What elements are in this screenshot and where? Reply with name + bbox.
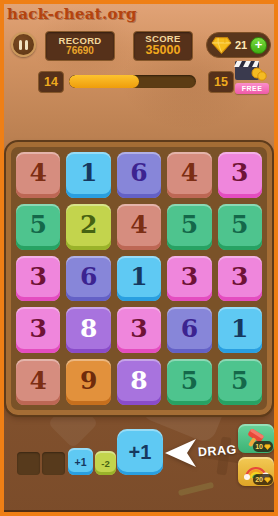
level-progress-fill [69,75,139,88]
gem-count: 21 [232,39,250,51]
board-tile-r1c5[interactable]: 3 [218,152,262,198]
pause-icon [25,40,28,50]
board-tile-r5c2[interactable]: 9 [66,359,110,405]
board-tile-r4c4[interactable]: 6 [167,307,211,353]
level-progress-bar [69,75,196,88]
board-tile-r3c2[interactable]: 6 [66,256,110,302]
board-tile-r4c5[interactable]: 1 [218,307,262,353]
free-ribbon-label: FREE [235,83,269,94]
queue-empty-slot-2 [42,452,65,475]
board-tile-r2c1[interactable]: 5 [16,204,60,250]
game-screen: hack-cheat.org RECORD 76690 SCORE 35000 … [0,0,278,516]
score-value: 35000 [146,44,181,57]
board-tile-r3c1[interactable]: 3 [16,256,60,302]
site-watermark: hack-cheat.org [7,5,137,23]
gem-icon [264,477,271,483]
board-tile-r4c3[interactable]: 3 [117,307,161,353]
bottom-divider [4,510,274,512]
powerup-rainbow-button[interactable]: 20 [238,457,274,486]
game-board: 4164352455361333836149855 [6,142,272,415]
board-tile-r3c3[interactable]: 1 [117,256,161,302]
powerup-hammer-button[interactable]: 10 [238,424,274,453]
pause-button[interactable] [11,32,36,57]
level-current: 14 [38,71,64,93]
board-tile-r2c2[interactable]: 2 [66,204,110,250]
gem-icon [211,37,232,54]
board-tile-r2c5[interactable]: 5 [218,204,262,250]
board-tile-r4c1[interactable]: 3 [16,307,60,353]
board-tile-r5c5[interactable]: 5 [218,359,262,405]
board-tile-r1c4[interactable]: 4 [167,152,211,198]
board-tile-r2c4[interactable]: 5 [167,204,211,250]
board-grid: 4164352455361333836149855 [11,147,267,410]
rainbow-cost: 20 [255,476,263,483]
board-tile-r5c4[interactable]: 5 [167,359,211,405]
board-tile-r1c3[interactable]: 6 [117,152,161,198]
board-tile-r3c4[interactable]: 3 [167,256,211,302]
drag-label: DRAG [198,443,238,460]
level-next: 15 [208,71,234,93]
board-tile-r2c3[interactable]: 4 [117,204,161,250]
score-box: SCORE 35000 [133,31,193,61]
queue-empty-slot-1 [17,452,40,475]
current-drag-tile[interactable]: +1 [117,429,163,475]
record-box: RECORD 76690 [45,31,115,61]
hammer-cost: 10 [255,443,263,450]
clapperboard-coins-icon [233,59,267,83]
queue-upcoming-tile-2: -2 [95,451,116,475]
gem-counter: 21 + [206,32,271,58]
gem-icon [264,444,271,450]
board-tile-r4c2[interactable]: 8 [66,307,110,353]
hammer-cost-badge: 10 [253,441,273,452]
pause-icon [19,40,22,50]
board-tile-r5c1[interactable]: 4 [16,359,60,405]
board-tile-r1c1[interactable]: 4 [16,152,60,198]
rainbow-cost-badge: 20 [253,474,273,485]
drag-arrow-icon [164,437,197,468]
record-value: 76690 [66,46,94,57]
board-tile-r1c2[interactable]: 1 [66,152,110,198]
background-dash-watermark [178,482,214,497]
free-reward-button[interactable]: FREE [233,59,271,95]
board-tile-r5c3[interactable]: 8 [117,359,161,405]
add-gems-button[interactable]: + [250,37,267,54]
board-tile-r3c5[interactable]: 3 [218,256,262,302]
queue-upcoming-tile-1: +1 [68,448,93,475]
